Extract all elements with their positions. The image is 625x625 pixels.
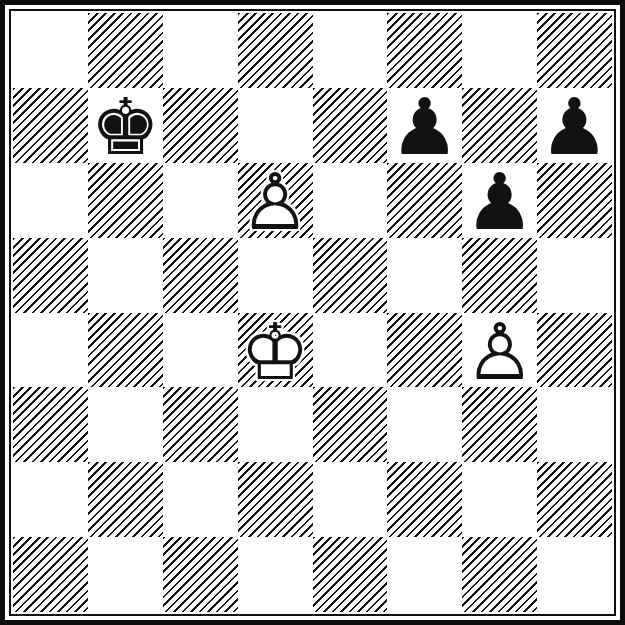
square-c1[interactable] [163, 537, 238, 612]
square-d2[interactable] [238, 462, 313, 537]
square-a2[interactable] [13, 462, 88, 537]
square-e5[interactable] [313, 238, 388, 313]
square-d6[interactable]: ♟♙ [238, 163, 313, 238]
square-e6[interactable] [313, 163, 388, 238]
square-d8[interactable] [238, 13, 313, 88]
square-c5[interactable] [163, 238, 238, 313]
square-g3[interactable] [462, 387, 537, 462]
square-g5[interactable] [462, 238, 537, 313]
square-a8[interactable] [13, 13, 88, 88]
square-b4[interactable] [88, 313, 163, 388]
square-g2[interactable] [462, 462, 537, 537]
square-g4[interactable]: ♟♙ [462, 313, 537, 388]
white-pawn-icon: ♙ [240, 163, 310, 238]
square-b5[interactable] [88, 238, 163, 313]
square-e2[interactable] [313, 462, 388, 537]
square-c8[interactable] [163, 13, 238, 88]
square-h6[interactable] [537, 163, 612, 238]
square-c7[interactable] [163, 88, 238, 163]
black-king-icon: ♚ [90, 88, 160, 163]
square-h7[interactable]: ♟♟ [537, 88, 612, 163]
square-f5[interactable] [387, 238, 462, 313]
square-d3[interactable] [238, 387, 313, 462]
square-d5[interactable] [238, 238, 313, 313]
black-pawn-icon: ♟ [540, 88, 610, 163]
square-d7[interactable] [238, 88, 313, 163]
square-f4[interactable] [387, 313, 462, 388]
chess-board-border: ♚♚♟♟♟♟♟♙♟♟♚♔♟♙ [9, 9, 616, 616]
piece-white-king[interactable]: ♚♔ [238, 313, 313, 388]
square-a5[interactable] [13, 238, 88, 313]
black-pawn-icon: ♟ [465, 163, 535, 238]
square-e3[interactable] [313, 387, 388, 462]
square-b6[interactable] [88, 163, 163, 238]
square-f8[interactable] [387, 13, 462, 88]
square-c2[interactable] [163, 462, 238, 537]
square-a3[interactable] [13, 387, 88, 462]
square-a4[interactable] [13, 313, 88, 388]
piece-black-king[interactable]: ♚♚ [88, 88, 163, 163]
square-g6[interactable]: ♟♟ [462, 163, 537, 238]
square-a6[interactable] [13, 163, 88, 238]
square-b1[interactable] [88, 537, 163, 612]
square-b8[interactable] [88, 13, 163, 88]
white-pawn-icon: ♙ [465, 313, 535, 388]
square-h3[interactable] [537, 387, 612, 462]
square-e1[interactable] [313, 537, 388, 612]
piece-white-pawn[interactable]: ♟♙ [238, 163, 313, 238]
square-f3[interactable] [387, 387, 462, 462]
square-g7[interactable] [462, 88, 537, 163]
square-h4[interactable] [537, 313, 612, 388]
square-b3[interactable] [88, 387, 163, 462]
piece-black-pawn[interactable]: ♟♟ [537, 88, 612, 163]
square-d1[interactable] [238, 537, 313, 612]
square-f2[interactable] [387, 462, 462, 537]
square-b2[interactable] [88, 462, 163, 537]
square-c6[interactable] [163, 163, 238, 238]
square-h5[interactable] [537, 238, 612, 313]
square-d4[interactable]: ♚♔ [238, 313, 313, 388]
black-pawn-icon: ♟ [390, 88, 460, 163]
square-c3[interactable] [163, 387, 238, 462]
piece-black-pawn[interactable]: ♟♟ [462, 163, 537, 238]
square-c4[interactable] [163, 313, 238, 388]
chess-diagram-frame: ♚♚♟♟♟♟♟♙♟♟♚♔♟♙ [0, 0, 625, 625]
piece-black-pawn[interactable]: ♟♟ [387, 88, 462, 163]
square-e8[interactable] [313, 13, 388, 88]
square-f1[interactable] [387, 537, 462, 612]
square-h8[interactable] [537, 13, 612, 88]
square-h1[interactable] [537, 537, 612, 612]
square-g8[interactable] [462, 13, 537, 88]
square-h2[interactable] [537, 462, 612, 537]
chess-board: ♚♚♟♟♟♟♟♙♟♟♚♔♟♙ [13, 13, 612, 612]
square-a7[interactable] [13, 88, 88, 163]
square-g1[interactable] [462, 537, 537, 612]
square-a1[interactable] [13, 537, 88, 612]
piece-white-pawn[interactable]: ♟♙ [462, 313, 537, 388]
square-f6[interactable] [387, 163, 462, 238]
square-f7[interactable]: ♟♟ [387, 88, 462, 163]
square-e7[interactable] [313, 88, 388, 163]
white-king-icon: ♔ [240, 313, 310, 388]
square-b7[interactable]: ♚♚ [88, 88, 163, 163]
square-e4[interactable] [313, 313, 388, 388]
